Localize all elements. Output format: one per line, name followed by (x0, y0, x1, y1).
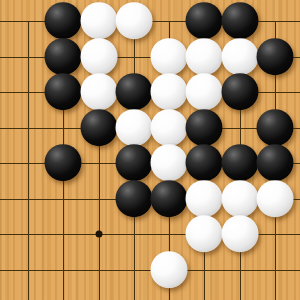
go-board[interactable] (0, 0, 300, 300)
white-stone (80, 2, 117, 39)
white-stone (151, 251, 188, 288)
black-stone (151, 180, 188, 217)
white-stone (257, 180, 294, 217)
black-stone (45, 73, 82, 110)
black-stone (45, 144, 82, 181)
white-stone (115, 2, 152, 39)
white-stone (80, 73, 117, 110)
white-stone (80, 38, 117, 75)
white-stone (186, 38, 223, 75)
black-stone (186, 2, 223, 39)
white-stone (115, 109, 152, 146)
black-stone (257, 38, 294, 75)
black-stone (186, 144, 223, 181)
white-stone (186, 216, 223, 253)
black-stone (115, 180, 152, 217)
white-stone (186, 73, 223, 110)
white-stone (186, 180, 223, 217)
black-stone (115, 144, 152, 181)
star-point (95, 231, 102, 238)
black-stone (115, 73, 152, 110)
black-stone (257, 109, 294, 146)
white-stone (151, 73, 188, 110)
black-stone (257, 144, 294, 181)
white-stone (151, 144, 188, 181)
white-stone (221, 216, 258, 253)
grid-vline-1 (28, 21, 29, 300)
white-stone (221, 38, 258, 75)
white-stone (151, 109, 188, 146)
black-stone (45, 2, 82, 39)
black-stone (221, 2, 258, 39)
black-stone (45, 38, 82, 75)
black-stone (221, 73, 258, 110)
white-stone (151, 38, 188, 75)
black-stone (80, 109, 117, 146)
black-stone (221, 144, 258, 181)
white-stone (221, 180, 258, 217)
black-stone (186, 109, 223, 146)
